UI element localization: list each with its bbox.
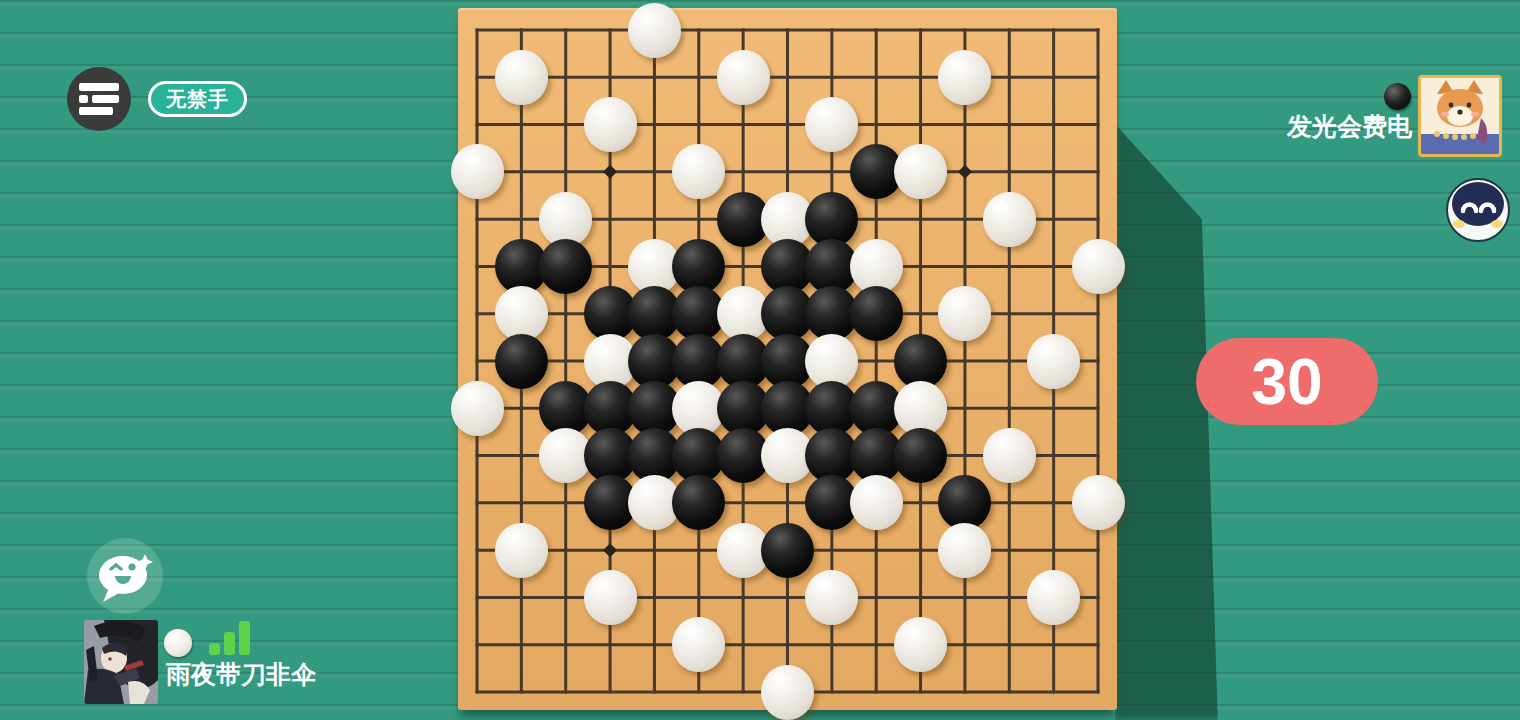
stone-white (894, 617, 947, 672)
shiba-dog-avatar-art (1421, 78, 1499, 154)
stone-white (584, 97, 637, 152)
stone-white (717, 50, 770, 105)
hamburger-icon (79, 83, 119, 91)
top-player-black-stone-indicator (1384, 83, 1411, 110)
emote-face-button[interactable] (1445, 177, 1511, 243)
stone-white (584, 570, 637, 625)
dark-face-emote-icon (1445, 177, 1511, 243)
stone-black (539, 239, 592, 294)
stone-black (894, 428, 947, 483)
board-grid[interactable] (477, 30, 1098, 692)
stone-black (495, 334, 548, 389)
stone-white (983, 428, 1036, 483)
chat-button[interactable] (87, 538, 163, 614)
stone-black (761, 523, 814, 578)
stone-white (1027, 334, 1080, 389)
star-point (603, 543, 617, 557)
stone-white (1027, 570, 1080, 625)
stone-white (1072, 475, 1125, 530)
bottom-player-name: 雨夜带刀非伞 (166, 658, 316, 691)
board[interactable] (458, 8, 1117, 710)
stone-white (495, 50, 548, 105)
stone-white (938, 50, 991, 105)
top-player-avatar[interactable] (1418, 75, 1502, 157)
stone-white (451, 381, 504, 436)
stone-white (495, 286, 548, 341)
stone-white (938, 523, 991, 578)
stone-white (495, 523, 548, 578)
star-point (958, 165, 972, 179)
bottom-player-avatar[interactable] (84, 620, 158, 704)
board-drop-shadow (1115, 124, 1221, 720)
stone-white (805, 570, 858, 625)
bottom-player-white-stone-indicator (164, 629, 192, 657)
stone-white (451, 144, 504, 199)
stone-white (1072, 239, 1125, 294)
stone-black (850, 286, 903, 341)
anime-girl-avatar-art (84, 620, 158, 704)
stone-white (850, 475, 903, 530)
chat-bubble-icon (87, 538, 163, 614)
connection-signal-bars (209, 620, 255, 655)
stone-white (761, 665, 814, 720)
star-point (603, 165, 617, 179)
game-screen: 无禁手 发光会费电 (0, 0, 1520, 720)
timer-value: 30 (1251, 345, 1322, 419)
move-timer: 30 (1196, 338, 1378, 425)
menu-button[interactable] (67, 67, 131, 131)
stone-white (628, 3, 681, 58)
stone-white (983, 192, 1036, 247)
rule-badge: 无禁手 (148, 81, 247, 117)
top-player-name: 发光会费电 (1256, 110, 1412, 143)
rule-badge-label: 无禁手 (166, 88, 229, 110)
